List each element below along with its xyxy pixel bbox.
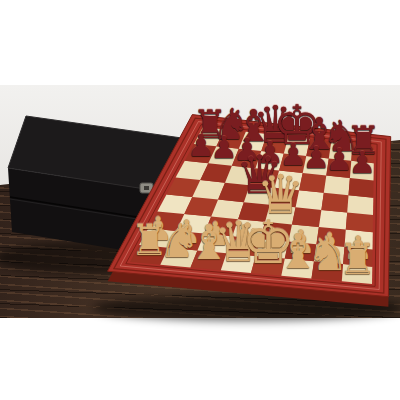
red-pawn-h7[interactable]: ♟ bbox=[349, 147, 376, 177]
product-photo: ♜♞♝♛♚♝♞♜♟♟♟♟♟♟♟♟♛♛♟♟♟♟♟♟♟♟♜♞♝♛♚♝♞♜ Luxur… bbox=[0, 0, 400, 400]
square-g5[interactable] bbox=[321, 193, 348, 213]
board-and-box-scene bbox=[0, 0, 400, 400]
box-clasp-keyhole bbox=[144, 186, 149, 190]
square-g6[interactable] bbox=[324, 176, 350, 196]
white-rook-h1[interactable]: ♜ bbox=[338, 238, 376, 281]
square-h6[interactable] bbox=[349, 178, 374, 198]
square-h5[interactable] bbox=[347, 195, 373, 215]
